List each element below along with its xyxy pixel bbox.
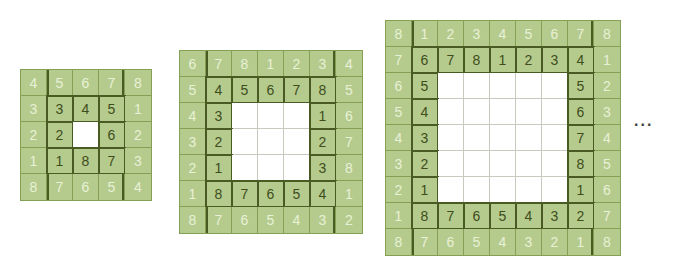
cell: 1 bbox=[206, 155, 232, 181]
cell: 8 bbox=[125, 70, 151, 96]
cell: 6 bbox=[258, 181, 284, 207]
cell: 5 bbox=[594, 151, 620, 177]
cell bbox=[232, 155, 258, 181]
cell bbox=[464, 73, 490, 99]
cell: 3 bbox=[310, 51, 336, 77]
cell bbox=[438, 99, 464, 125]
cell: 6 bbox=[594, 177, 620, 203]
cell: 3 bbox=[386, 151, 412, 177]
cell: 8 bbox=[568, 151, 594, 177]
cell: 2 bbox=[438, 21, 464, 47]
cell: 1 bbox=[594, 47, 620, 73]
cell: 1 bbox=[386, 203, 412, 229]
cell: 8 bbox=[232, 51, 258, 77]
cell bbox=[438, 73, 464, 99]
cell: 6 bbox=[73, 174, 99, 200]
cell: 7 bbox=[336, 129, 362, 155]
cell bbox=[464, 99, 490, 125]
cell: 5 bbox=[386, 99, 412, 125]
cell: 6 bbox=[412, 47, 438, 73]
cell: 8 bbox=[180, 207, 206, 233]
cell: 8 bbox=[386, 229, 412, 255]
cell bbox=[516, 151, 542, 177]
cell bbox=[490, 99, 516, 125]
cell: 7 bbox=[99, 148, 125, 174]
cell: 1 bbox=[125, 96, 151, 122]
cell: 3 bbox=[47, 96, 73, 122]
cell: 1 bbox=[310, 103, 336, 129]
cell: 4 bbox=[21, 70, 47, 96]
cell: 2 bbox=[180, 155, 206, 181]
cell: 8 bbox=[310, 77, 336, 103]
grid-5x5: 456783345122621187387654 bbox=[20, 69, 152, 201]
cell: 7 bbox=[568, 125, 594, 151]
cell: 2 bbox=[594, 73, 620, 99]
cell: 4 bbox=[336, 51, 362, 77]
cell: 7 bbox=[438, 203, 464, 229]
cell: 6 bbox=[99, 122, 125, 148]
cell: 3 bbox=[125, 148, 151, 174]
cell bbox=[490, 73, 516, 99]
cell bbox=[542, 125, 568, 151]
cell: 8 bbox=[594, 21, 620, 47]
cell bbox=[542, 177, 568, 203]
cell: 1 bbox=[336, 181, 362, 207]
cell bbox=[258, 129, 284, 155]
cell: 2 bbox=[412, 151, 438, 177]
cell: 4 bbox=[516, 203, 542, 229]
cell bbox=[516, 73, 542, 99]
cell: 7 bbox=[568, 21, 594, 47]
cell: 4 bbox=[490, 229, 516, 255]
cell bbox=[516, 99, 542, 125]
cell: 2 bbox=[206, 129, 232, 155]
cell: 8 bbox=[464, 47, 490, 73]
cell: 7 bbox=[232, 181, 258, 207]
cell: 1 bbox=[412, 177, 438, 203]
cell: 2 bbox=[47, 122, 73, 148]
cell: 7 bbox=[386, 47, 412, 73]
cell bbox=[464, 177, 490, 203]
cell: 5 bbox=[232, 77, 258, 103]
cell: 7 bbox=[206, 207, 232, 233]
cell: 5 bbox=[258, 207, 284, 233]
cell: 4 bbox=[206, 77, 232, 103]
cell: 5 bbox=[180, 77, 206, 103]
cell: 1 bbox=[21, 148, 47, 174]
cell: 5 bbox=[464, 229, 490, 255]
cell: 6 bbox=[568, 99, 594, 125]
cell bbox=[438, 125, 464, 151]
cell: 8 bbox=[412, 203, 438, 229]
cell bbox=[438, 151, 464, 177]
cell: 1 bbox=[258, 51, 284, 77]
grid-9x9: 8123456787678123416552546343743285211618… bbox=[385, 20, 621, 256]
cell: 8 bbox=[73, 148, 99, 174]
cell: 8 bbox=[21, 174, 47, 200]
cell bbox=[516, 125, 542, 151]
cell bbox=[516, 177, 542, 203]
cell: 1 bbox=[412, 21, 438, 47]
ellipsis-continuation: ... bbox=[634, 112, 653, 130]
cell: 8 bbox=[386, 21, 412, 47]
cell: 7 bbox=[99, 70, 125, 96]
cell: 3 bbox=[542, 203, 568, 229]
cell bbox=[490, 177, 516, 203]
cell: 6 bbox=[180, 51, 206, 77]
cell bbox=[284, 129, 310, 155]
cell: 1 bbox=[568, 229, 594, 255]
cell: 7 bbox=[412, 229, 438, 255]
cell: 5 bbox=[336, 77, 362, 103]
cell: 6 bbox=[542, 21, 568, 47]
cell: 4 bbox=[180, 103, 206, 129]
cell: 3 bbox=[594, 99, 620, 125]
cell: 2 bbox=[336, 207, 362, 233]
cell: 3 bbox=[542, 47, 568, 73]
cell: 7 bbox=[284, 77, 310, 103]
cell: 8 bbox=[336, 155, 362, 181]
cell bbox=[258, 155, 284, 181]
cell bbox=[464, 151, 490, 177]
cell: 4 bbox=[412, 99, 438, 125]
cell: 5 bbox=[412, 73, 438, 99]
cell: 4 bbox=[284, 207, 310, 233]
figure-canvas: 456783345122621187387654 678123454567854… bbox=[0, 0, 678, 270]
cell bbox=[284, 103, 310, 129]
cell: 8 bbox=[594, 229, 620, 255]
cell: 7 bbox=[438, 47, 464, 73]
cell: 4 bbox=[386, 125, 412, 151]
cell: 1 bbox=[490, 47, 516, 73]
cell: 5 bbox=[284, 181, 310, 207]
cell: 3 bbox=[412, 125, 438, 151]
cell: 2 bbox=[125, 122, 151, 148]
cell: 6 bbox=[438, 229, 464, 255]
cell bbox=[438, 177, 464, 203]
cell: 5 bbox=[490, 203, 516, 229]
cell: 2 bbox=[542, 229, 568, 255]
cell: 6 bbox=[386, 73, 412, 99]
cell: 4 bbox=[568, 47, 594, 73]
cell: 1 bbox=[568, 177, 594, 203]
cell: 4 bbox=[73, 96, 99, 122]
cell: 2 bbox=[21, 122, 47, 148]
cell bbox=[490, 151, 516, 177]
cell bbox=[232, 129, 258, 155]
grid-7x7: 6781234545678543163227213818765418765432 bbox=[179, 50, 363, 234]
cell: 5 bbox=[99, 174, 125, 200]
cell bbox=[73, 122, 99, 148]
cell: 5 bbox=[568, 73, 594, 99]
cell bbox=[258, 103, 284, 129]
cell: 2 bbox=[516, 47, 542, 73]
cell: 6 bbox=[73, 70, 99, 96]
cell: 3 bbox=[310, 207, 336, 233]
cell: 6 bbox=[464, 203, 490, 229]
cell: 7 bbox=[206, 51, 232, 77]
cell: 2 bbox=[568, 203, 594, 229]
cell: 1 bbox=[47, 148, 73, 174]
cell: 2 bbox=[386, 177, 412, 203]
cell: 3 bbox=[180, 129, 206, 155]
cell: 7 bbox=[594, 203, 620, 229]
cell: 7 bbox=[47, 174, 73, 200]
cell bbox=[542, 151, 568, 177]
cell: 2 bbox=[284, 51, 310, 77]
cell bbox=[464, 125, 490, 151]
cell: 3 bbox=[310, 155, 336, 181]
cell: 5 bbox=[516, 21, 542, 47]
cell bbox=[490, 125, 516, 151]
cell: 3 bbox=[516, 229, 542, 255]
cell: 1 bbox=[180, 181, 206, 207]
cell bbox=[542, 99, 568, 125]
cell bbox=[232, 103, 258, 129]
cell: 6 bbox=[336, 103, 362, 129]
cell: 6 bbox=[258, 77, 284, 103]
cell: 4 bbox=[310, 181, 336, 207]
cell: 6 bbox=[232, 207, 258, 233]
cell: 3 bbox=[464, 21, 490, 47]
cell: 4 bbox=[490, 21, 516, 47]
cell: 8 bbox=[206, 181, 232, 207]
cell bbox=[542, 73, 568, 99]
cell: 4 bbox=[125, 174, 151, 200]
cell bbox=[284, 155, 310, 181]
cell: 3 bbox=[206, 103, 232, 129]
cell: 4 bbox=[594, 125, 620, 151]
cell: 3 bbox=[21, 96, 47, 122]
cell: 5 bbox=[99, 96, 125, 122]
cell: 2 bbox=[310, 129, 336, 155]
cell: 5 bbox=[47, 70, 73, 96]
